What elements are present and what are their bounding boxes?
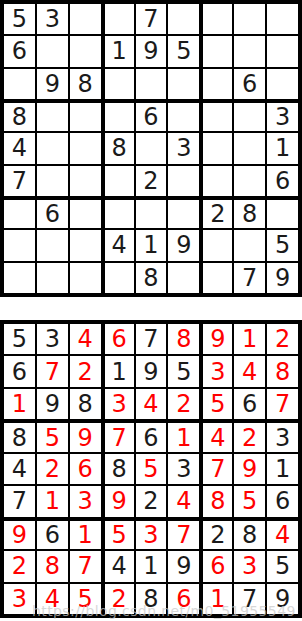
- cell-r9c8: 7: [233, 262, 266, 294]
- cell-r4c6: 1: [167, 420, 200, 452]
- cell-r4c5: 6: [135, 420, 168, 452]
- cell-r7c1: [3, 197, 36, 229]
- cell-r7c7: 2: [200, 197, 233, 229]
- cell-r2c4: 1: [102, 355, 135, 387]
- cell-r6c5: 2: [135, 485, 168, 517]
- cell-r5c5: 5: [135, 453, 168, 485]
- cell-r4c8: 2: [233, 420, 266, 452]
- cell-r4c7: 4: [200, 420, 233, 452]
- cell-r8c5: 1: [135, 229, 168, 261]
- cell-r5c3: [69, 132, 102, 164]
- cell-r7c3: [69, 197, 102, 229]
- cell-r3c4: [102, 68, 135, 100]
- cell-r7c4: 5: [102, 518, 135, 550]
- cell-r4c4: 7: [102, 420, 135, 452]
- cell-r5c8: 9: [233, 453, 266, 485]
- cell-r4c9: 3: [266, 100, 299, 132]
- cell-r7c1: 9: [3, 518, 36, 550]
- cell-r4c7: [200, 100, 233, 132]
- cell-r9c1: 3: [3, 583, 36, 615]
- cell-r9c4: [102, 262, 135, 294]
- cell-r8c1: [3, 229, 36, 261]
- cell-r6c3: 3: [69, 485, 102, 517]
- cell-r3c9: [266, 68, 299, 100]
- cell-r1c5: 7: [135, 3, 168, 35]
- cell-r2c1: 6: [3, 35, 36, 67]
- cell-r9c2: [36, 262, 69, 294]
- cell-r8c3: 7: [69, 550, 102, 582]
- cell-r1c5: 7: [135, 323, 168, 355]
- cell-r8c7: [200, 229, 233, 261]
- cell-r6c6: [167, 165, 200, 197]
- cell-r6c2: [36, 165, 69, 197]
- cell-r9c9: 9: [266, 262, 299, 294]
- cell-r9c7: 1: [200, 583, 233, 615]
- cell-r4c5: 6: [135, 100, 168, 132]
- cell-r8c8: [233, 229, 266, 261]
- cell-r8c1: 2: [3, 550, 36, 582]
- cell-r3c7: 5: [200, 388, 233, 420]
- cell-r5c5: [135, 132, 168, 164]
- cell-r1c9: [266, 3, 299, 35]
- cell-r3c1: 1: [3, 388, 36, 420]
- cell-r2c4: 1: [102, 35, 135, 67]
- cell-r2c9: 8: [266, 355, 299, 387]
- cell-r6c3: [69, 165, 102, 197]
- cell-r8c9: 5: [266, 229, 299, 261]
- cell-r4c3: [69, 100, 102, 132]
- cell-r1c2: 3: [36, 3, 69, 35]
- cell-r5c8: [233, 132, 266, 164]
- cell-r4c2: [36, 100, 69, 132]
- cell-r3c6: 2: [167, 388, 200, 420]
- cell-r1c1: 5: [3, 323, 36, 355]
- cell-r5c4: 8: [102, 132, 135, 164]
- cell-r8c4: 4: [102, 550, 135, 582]
- cell-r7c4: [102, 197, 135, 229]
- cell-r1c1: 5: [3, 3, 36, 35]
- cell-r6c1: 7: [3, 485, 36, 517]
- cell-r5c1: 4: [3, 453, 36, 485]
- cell-r3c8: 6: [233, 68, 266, 100]
- cell-r6c4: [102, 165, 135, 197]
- cell-r9c6: [167, 262, 200, 294]
- cell-r4c9: 3: [266, 420, 299, 452]
- cell-r1c6: 8: [167, 323, 200, 355]
- cell-r9c3: 5: [69, 583, 102, 615]
- cell-r4c6: [167, 100, 200, 132]
- cell-r9c4: 2: [102, 583, 135, 615]
- cell-r4c4: [102, 100, 135, 132]
- cell-r3c5: 4: [135, 388, 168, 420]
- cell-r7c6: [167, 197, 200, 229]
- cell-r3c1: [3, 68, 36, 100]
- cell-r3c2: 9: [36, 388, 69, 420]
- cell-r2c7: [200, 35, 233, 67]
- cell-r1c9: 2: [266, 323, 299, 355]
- cell-r1c7: 9: [200, 323, 233, 355]
- cell-r2c8: [233, 35, 266, 67]
- cell-r9c9: 9: [266, 583, 299, 615]
- cell-r1c2: 3: [36, 323, 69, 355]
- cell-r5c2: [36, 132, 69, 164]
- cell-r6c1: 7: [3, 165, 36, 197]
- cell-r2c9: [266, 35, 299, 67]
- cell-r1c3: 4: [69, 323, 102, 355]
- cell-r6c4: 9: [102, 485, 135, 517]
- cell-r8c2: [36, 229, 69, 261]
- cell-r8c5: 1: [135, 550, 168, 582]
- puzzle-grid: 537619598686348317266284195879: [0, 0, 302, 297]
- cell-r5c7: [200, 132, 233, 164]
- cell-r9c2: 4: [36, 583, 69, 615]
- cell-r1c3: [69, 3, 102, 35]
- cell-r8c3: [69, 229, 102, 261]
- cell-r2c2: [36, 35, 69, 67]
- cell-r2c7: 3: [200, 355, 233, 387]
- cell-r9c5: 8: [135, 583, 168, 615]
- cell-r2c8: 4: [233, 355, 266, 387]
- cell-r3c4: 3: [102, 388, 135, 420]
- cell-r5c1: 4: [3, 132, 36, 164]
- cell-r8c6: 9: [167, 229, 200, 261]
- cell-r6c7: 8: [200, 485, 233, 517]
- cell-r6c9: 6: [266, 485, 299, 517]
- cell-r3c2: 9: [36, 68, 69, 100]
- solution-grid: 5346789126721953481983425678597614234268…: [0, 320, 302, 618]
- cell-r7c2: 6: [36, 518, 69, 550]
- cell-r2c1: 6: [3, 355, 36, 387]
- cell-r9c3: [69, 262, 102, 294]
- cell-r3c6: [167, 68, 200, 100]
- cell-r6c8: [233, 165, 266, 197]
- cell-r1c4: [102, 3, 135, 35]
- cell-r5c7: 7: [200, 453, 233, 485]
- cell-r4c1: 8: [3, 420, 36, 452]
- cell-r4c1: 8: [3, 100, 36, 132]
- cell-r5c3: 6: [69, 453, 102, 485]
- cell-r8c8: 3: [233, 550, 266, 582]
- cell-r4c8: [233, 100, 266, 132]
- cell-r8c4: 4: [102, 229, 135, 261]
- cell-r2c3: [69, 35, 102, 67]
- cell-r5c9: 1: [266, 132, 299, 164]
- cell-r7c8: 8: [233, 518, 266, 550]
- cell-r7c2: 6: [36, 197, 69, 229]
- cell-r3c9: 7: [266, 388, 299, 420]
- cell-r7c6: 7: [167, 518, 200, 550]
- cell-r2c6: 5: [167, 355, 200, 387]
- cell-r8c9: 5: [266, 550, 299, 582]
- cell-r2c6: 5: [167, 35, 200, 67]
- cell-r6c8: 5: [233, 485, 266, 517]
- cell-r1c7: [200, 3, 233, 35]
- cell-r7c8: 8: [233, 197, 266, 229]
- cell-r7c9: [266, 197, 299, 229]
- cell-r3c7: [200, 68, 233, 100]
- cell-r1c8: 1: [233, 323, 266, 355]
- cell-r7c9: 4: [266, 518, 299, 550]
- cell-r2c3: 2: [69, 355, 102, 387]
- cell-r7c5: 3: [135, 518, 168, 550]
- cell-r5c6: 3: [167, 132, 200, 164]
- cell-r7c5: [135, 197, 168, 229]
- cell-r9c5: 8: [135, 262, 168, 294]
- cell-r5c4: 8: [102, 453, 135, 485]
- cell-r9c1: [3, 262, 36, 294]
- cell-r8c7: 6: [200, 550, 233, 582]
- cell-r3c3: 8: [69, 388, 102, 420]
- cell-r4c2: 5: [36, 420, 69, 452]
- cell-r6c2: 1: [36, 485, 69, 517]
- cell-r6c7: [200, 165, 233, 197]
- cell-r3c3: 8: [69, 68, 102, 100]
- cell-r5c6: 3: [167, 453, 200, 485]
- cell-r2c2: 7: [36, 355, 69, 387]
- cell-r8c6: 9: [167, 550, 200, 582]
- cell-r7c7: 2: [200, 518, 233, 550]
- cell-r6c9: 6: [266, 165, 299, 197]
- cell-r9c8: 7: [233, 583, 266, 615]
- cell-r9c7: [200, 262, 233, 294]
- cell-r2c5: 9: [135, 355, 168, 387]
- cell-r5c2: 2: [36, 453, 69, 485]
- cell-r2c5: 9: [135, 35, 168, 67]
- cell-r3c8: 6: [233, 388, 266, 420]
- cell-r7c3: 1: [69, 518, 102, 550]
- cell-r5c9: 1: [266, 453, 299, 485]
- cell-r1c4: 6: [102, 323, 135, 355]
- cell-r9c6: 6: [167, 583, 200, 615]
- cell-r1c6: [167, 3, 200, 35]
- cell-r3c5: [135, 68, 168, 100]
- cell-r6c5: 2: [135, 165, 168, 197]
- cell-r1c8: [233, 3, 266, 35]
- cell-r8c2: 8: [36, 550, 69, 582]
- sudoku-image: { "game": "sudoku", "puzzle": { "label":…: [0, 0, 302, 621]
- cell-r6c6: 4: [167, 485, 200, 517]
- cell-r4c3: 9: [69, 420, 102, 452]
